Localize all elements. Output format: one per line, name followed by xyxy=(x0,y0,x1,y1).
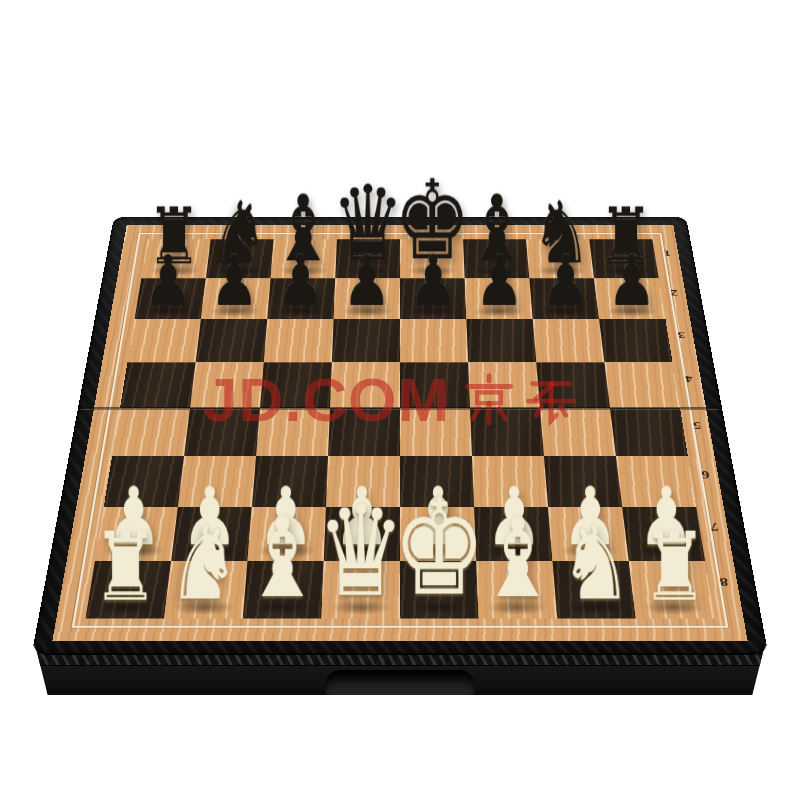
square-c5 xyxy=(260,362,332,408)
piece-white-knight: ♞ xyxy=(167,510,240,614)
rank-label-2: 2 xyxy=(665,289,683,298)
square-h5 xyxy=(604,362,680,408)
square-d5 xyxy=(330,362,400,408)
piece-white-bishop: ♝ xyxy=(243,503,322,614)
square-f7: ♟ xyxy=(465,278,533,319)
square-g5 xyxy=(536,362,610,408)
square-g7: ♟ xyxy=(529,278,599,319)
square-a1: ♜ xyxy=(86,561,172,618)
square-f1: ♝ xyxy=(476,561,557,618)
piece-white-knight: ♞ xyxy=(559,510,632,614)
board-grid: ♜♞♝♛♚♝♞♜♟♟♟♟♟♟♟♟♟♟♟♟♟♟♟♟♜♞♝♛♚♝♞♜ xyxy=(86,239,715,618)
square-h4 xyxy=(610,408,688,456)
rank-label-3: 3 xyxy=(672,330,691,339)
square-b6 xyxy=(196,319,268,362)
square-f5 xyxy=(468,362,540,408)
piece-white-rook: ♜ xyxy=(92,520,159,614)
square-g1: ♞ xyxy=(553,561,636,618)
piece-black-pawn: ♟ xyxy=(541,247,590,316)
rank-label-4: 4 xyxy=(679,374,698,384)
square-f6 xyxy=(466,319,536,362)
rank-label-1: 1 xyxy=(659,249,677,257)
square-d1: ♛ xyxy=(321,561,400,618)
square-f4 xyxy=(470,408,544,456)
square-e6 xyxy=(400,319,468,362)
square-c6 xyxy=(264,319,334,362)
square-e5 xyxy=(400,362,470,408)
square-b1: ♞ xyxy=(164,561,247,618)
piece-black-pawn: ♟ xyxy=(475,247,524,316)
piece-white-king: ♚ xyxy=(392,481,486,614)
square-c1: ♝ xyxy=(243,561,324,618)
piece-black-pawn: ♟ xyxy=(342,247,391,316)
square-c4 xyxy=(256,408,330,456)
piece-black-pawn: ♟ xyxy=(144,247,193,316)
square-e7: ♟ xyxy=(400,278,466,319)
piece-black-pawn: ♟ xyxy=(607,247,656,316)
board-frame: ♜♞♝♛♚♝♞♜♟♟♟♟♟♟♟♟♟♟♟♟♟♟♟♟♜♞♝♛♚♝♞♜ 1234567… xyxy=(32,217,769,655)
piece-black-pawn: ♟ xyxy=(409,247,458,316)
square-b7: ♟ xyxy=(201,278,271,319)
square-a4 xyxy=(112,408,190,456)
square-a7: ♟ xyxy=(135,278,206,319)
square-b5 xyxy=(190,362,264,408)
product-photo: ♜♞♝♛♚♝♞♜♟♟♟♟♟♟♟♟♟♟♟♟♟♟♟♟♜♞♝♛♚♝♞♜ 1234567… xyxy=(0,0,800,800)
square-h7: ♟ xyxy=(594,278,665,319)
wood-margin: ♜♞♝♛♚♝♞♜♟♟♟♟♟♟♟♟♟♟♟♟♟♟♟♟♜♞♝♛♚♝♞♜ 1234567… xyxy=(52,225,747,640)
square-d6 xyxy=(332,319,400,362)
piece-black-pawn: ♟ xyxy=(276,247,325,316)
square-g6 xyxy=(533,319,605,362)
square-e4 xyxy=(400,408,472,456)
square-d4 xyxy=(328,408,400,456)
scene: ♜♞♝♛♚♝♞♜♟♟♟♟♟♟♟♟♟♟♟♟♟♟♟♟♜♞♝♛♚♝♞♜ 1234567… xyxy=(78,86,722,730)
piece-white-rook: ♜ xyxy=(641,520,708,614)
square-h6 xyxy=(599,319,672,362)
square-a5 xyxy=(120,362,196,408)
square-c7: ♟ xyxy=(267,278,335,319)
piece-white-bishop: ♝ xyxy=(478,503,557,614)
square-e1: ♚ xyxy=(400,561,479,618)
square-h1: ♜ xyxy=(629,561,715,618)
square-a6 xyxy=(127,319,200,362)
chess-board: ♜♞♝♛♚♝♞♜♟♟♟♟♟♟♟♟♟♟♟♟♟♟♟♟♜♞♝♛♚♝♞♜ 1234567… xyxy=(32,217,769,655)
square-d7: ♟ xyxy=(334,278,400,319)
square-g4 xyxy=(540,408,616,456)
square-b4 xyxy=(184,408,260,456)
piece-black-pawn: ♟ xyxy=(210,247,259,316)
